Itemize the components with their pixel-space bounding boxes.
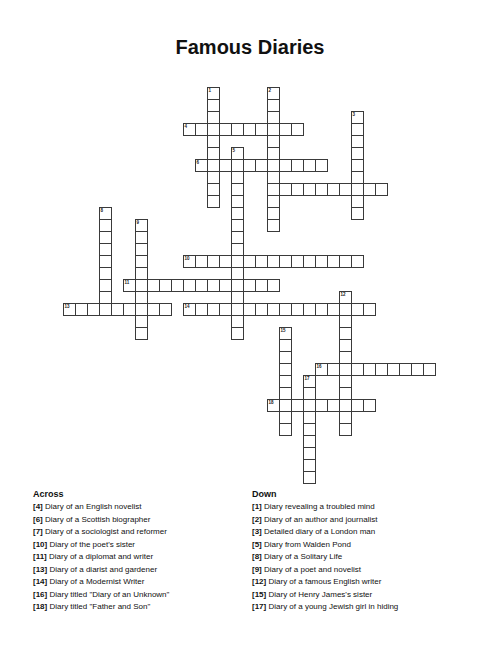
cell-number: 10 [185,256,190,262]
clue-number: [13] [33,565,47,574]
clue-item: [14] Diary of a Modernist Writer [33,576,248,589]
crossword-board: 12345689101112131415161718 [63,87,436,484]
clue-number: [3] [252,527,262,536]
clue-number: [8] [252,552,262,561]
clue-item: [6] Diary of a Scottish biographer [33,514,248,527]
cell[interactable] [135,327,148,340]
cell[interactable] [267,219,280,232]
clue-item: [12] Diary of a famous English writer [252,576,492,589]
cell[interactable] [267,279,280,292]
down-clues-section: Down [1] Diary revealing a troubled mind… [252,488,492,614]
cell[interactable] [159,303,172,316]
down-clue-list: [1] Diary revealing a troubled mind[2] D… [252,501,492,614]
cell-number: 14 [185,304,190,310]
across-header: Across [33,488,248,500]
clue-number: [9] [252,565,262,574]
cell[interactable] [375,183,388,196]
down-header: Down [252,488,492,500]
cell-number: 1 [209,88,212,94]
page-title: Famous Diaries [0,36,500,59]
clue-item: [18] Diary titled "Father and Son" [33,601,248,614]
cell-number: 12 [341,292,346,298]
clue-number: [1] [252,502,262,511]
clue-item: [2] Diary of an author and journalist [252,514,492,527]
clue-item: [10] Diary of the poet's sister [33,539,248,552]
clue-number: [18] [33,602,47,611]
clue-item: [11] Diary of a diplomat and writer [33,551,248,564]
clue-number: [16] [33,590,47,599]
clue-number: [7] [33,527,43,536]
cell-number: 2 [269,88,272,94]
cell-number: 9 [137,220,140,226]
clue-number: [5] [252,540,262,549]
across-clues-section: Across [4] Diary of an English novelist[… [33,488,248,614]
clue-item: [8] Diary of a Solitary Life [252,551,492,564]
clue-number: [2] [252,515,262,524]
cell-number: 4 [185,124,188,130]
cell[interactable] [291,123,304,136]
cell-number: 18 [269,400,274,406]
clue-number: [10] [33,540,47,549]
cell-number: 13 [65,304,70,310]
cell[interactable] [423,363,436,376]
clue-item: [16] Diary titled "Diary of an Unknown" [33,589,248,602]
clue-number: [11] [33,552,47,561]
cell[interactable] [363,399,376,412]
cell-number: 11 [125,280,130,286]
clue-item: [1] Diary revealing a troubled mind [252,501,492,514]
cell[interactable] [279,423,292,436]
clue-item: [3] Detailed diary of a London man [252,526,492,539]
cell-number: 6 [197,160,200,166]
clue-item: [5] Diary from Walden Pond [252,539,492,552]
clue-item: [17] Diary of a young Jewish girl in hid… [252,601,492,614]
clue-number: [17] [252,602,266,611]
cell-number: 16 [317,364,322,370]
cell-number: 5 [233,148,236,154]
cell-number: 17 [305,376,310,382]
cell[interactable] [231,327,244,340]
clue-item: [15] Diary of Henry James's sister [252,589,492,602]
cell[interactable] [339,423,352,436]
clue-number: [14] [33,577,47,586]
across-clue-list: [4] Diary of an English novelist[6] Diar… [33,501,248,614]
clue-number: [12] [252,577,266,586]
clue-number: [15] [252,590,266,599]
cell-number: 3 [353,112,356,118]
cell[interactable] [303,471,316,484]
clue-item: [13] Diary of a diarist and gardener [33,564,248,577]
cell-number: 15 [281,328,286,334]
clue-item: [9] Diary of a poet and novelist [252,564,492,577]
cell[interactable] [363,303,376,316]
clue-number: [6] [33,515,43,524]
clue-item: [7] Diary of a sociologist and reformer [33,526,248,539]
clue-number: [4] [33,502,43,511]
clue-item: [4] Diary of an English novelist [33,501,248,514]
cell[interactable] [315,159,328,172]
cell[interactable] [207,195,220,208]
cell[interactable] [351,207,364,220]
cell[interactable] [351,255,364,268]
cell-number: 8 [101,208,104,214]
